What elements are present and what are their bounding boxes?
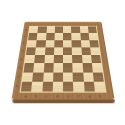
square-b7[interactable] <box>36 33 45 40</box>
square-e1[interactable] <box>63 81 74 91</box>
square-d6[interactable] <box>54 40 63 47</box>
square-h7[interactable] <box>88 33 97 40</box>
square-b3[interactable] <box>33 63 43 72</box>
square-c7[interactable] <box>45 33 54 40</box>
square-a6[interactable] <box>27 40 37 47</box>
board-grid <box>20 26 104 91</box>
square-f6[interactable] <box>71 40 80 47</box>
square-d5[interactable] <box>53 47 62 55</box>
file-label-d: d <box>52 93 63 99</box>
square-g3[interactable] <box>82 63 92 72</box>
square-f2[interactable] <box>72 72 83 81</box>
square-h3[interactable] <box>91 63 102 72</box>
square-b1[interactable] <box>31 81 42 91</box>
square-d2[interactable] <box>52 72 62 81</box>
square-a5[interactable] <box>26 47 36 55</box>
square-f5[interactable] <box>71 47 81 55</box>
square-d4[interactable] <box>53 55 63 63</box>
square-a3[interactable] <box>23 63 34 72</box>
square-a4[interactable] <box>24 55 34 63</box>
square-e6[interactable] <box>63 40 72 47</box>
square-c1[interactable] <box>41 81 52 91</box>
square-g7[interactable] <box>79 33 88 40</box>
square-e2[interactable] <box>63 72 73 81</box>
square-h5[interactable] <box>89 47 99 55</box>
square-b2[interactable] <box>32 72 43 81</box>
square-b4[interactable] <box>34 55 44 63</box>
square-h6[interactable] <box>89 40 99 47</box>
square-d7[interactable] <box>54 33 63 40</box>
square-c5[interactable] <box>44 47 54 55</box>
square-c3[interactable] <box>43 63 53 72</box>
square-g6[interactable] <box>80 40 89 47</box>
square-e5[interactable] <box>63 47 72 55</box>
square-b6[interactable] <box>36 40 45 47</box>
file-label-b: b <box>30 93 41 99</box>
square-f4[interactable] <box>72 55 82 63</box>
file-labels: abcdefgh <box>19 93 106 99</box>
square-c4[interactable] <box>43 55 53 63</box>
square-d1[interactable] <box>52 81 63 91</box>
product-image-background: 87654321 abcdefgh <box>0 0 125 125</box>
square-c6[interactable] <box>45 40 54 47</box>
chessboard[interactable]: 87654321 abcdefgh <box>11 22 114 100</box>
square-a1[interactable] <box>20 81 32 91</box>
file-label-e: e <box>63 93 74 99</box>
square-e3[interactable] <box>63 63 73 72</box>
square-d3[interactable] <box>53 63 63 72</box>
square-a2[interactable] <box>22 72 33 81</box>
square-h2[interactable] <box>92 72 103 81</box>
square-g2[interactable] <box>82 72 93 81</box>
square-g5[interactable] <box>80 47 90 55</box>
square-h4[interactable] <box>90 55 100 63</box>
file-label-g: g <box>84 93 95 99</box>
file-label-c: c <box>41 93 52 99</box>
square-f1[interactable] <box>73 81 84 91</box>
file-label-f: f <box>73 93 84 99</box>
square-f3[interactable] <box>72 63 82 72</box>
file-label-h: h <box>94 93 106 99</box>
square-e7[interactable] <box>63 33 72 40</box>
square-h1[interactable] <box>93 81 105 91</box>
square-g1[interactable] <box>83 81 94 91</box>
square-g4[interactable] <box>81 55 91 63</box>
square-f7[interactable] <box>71 33 80 40</box>
file-label-a: a <box>19 93 31 99</box>
square-e4[interactable] <box>63 55 73 63</box>
square-c2[interactable] <box>42 72 53 81</box>
square-a7[interactable] <box>28 33 37 40</box>
square-b5[interactable] <box>35 47 45 55</box>
